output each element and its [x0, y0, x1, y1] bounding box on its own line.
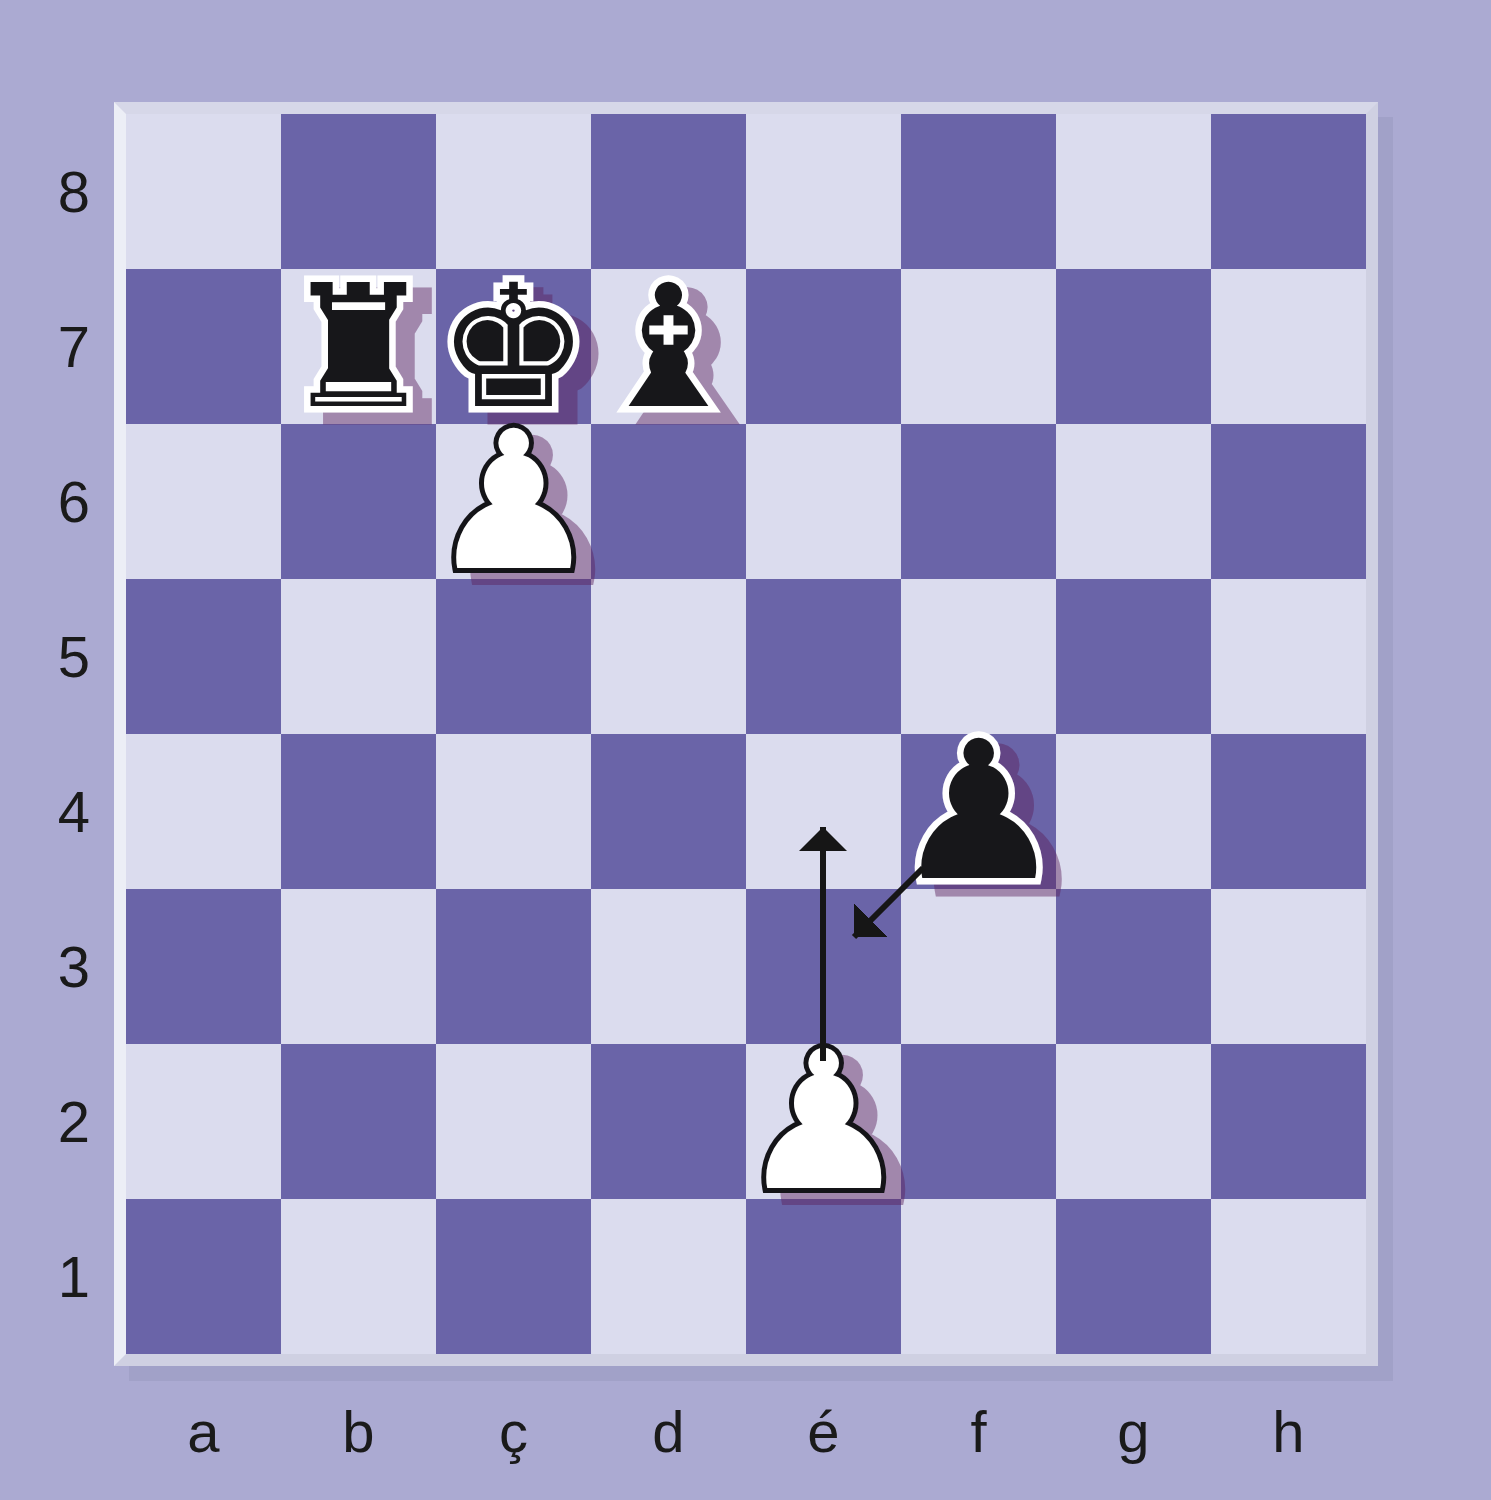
square-d3[interactable]	[591, 889, 746, 1044]
square-d4[interactable]	[591, 734, 746, 889]
square-c4[interactable]	[436, 734, 591, 889]
square-g6[interactable]	[1056, 424, 1211, 579]
file-label-g: g	[1056, 1388, 1211, 1474]
square-f1[interactable]	[901, 1199, 1056, 1354]
square-g7[interactable]	[1056, 269, 1211, 424]
chess-diagram: 87654321 abçdéfgh	[0, 0, 1491, 1500]
square-c3[interactable]	[436, 889, 591, 1044]
board-frame	[114, 102, 1378, 1366]
rank-label-2: 2	[38, 1044, 110, 1199]
square-g3[interactable]	[1056, 889, 1211, 1044]
square-a2[interactable]	[126, 1044, 281, 1199]
file-label-h: h	[1211, 1388, 1366, 1474]
square-g2[interactable]	[1056, 1044, 1211, 1199]
square-f2[interactable]	[901, 1044, 1056, 1199]
file-labels: abçdéfgh	[126, 1388, 1366, 1474]
square-a4[interactable]	[126, 734, 281, 889]
square-d2[interactable]	[591, 1044, 746, 1199]
square-h3[interactable]	[1211, 889, 1366, 1044]
black-bishop[interactable]	[591, 269, 746, 424]
square-b1[interactable]	[281, 1199, 436, 1354]
file-label-a: a	[126, 1388, 281, 1474]
square-d6[interactable]	[591, 424, 746, 579]
square-g1[interactable]	[1056, 1199, 1211, 1354]
square-g4[interactable]	[1056, 734, 1211, 889]
rank-label-3: 3	[38, 889, 110, 1044]
square-h5[interactable]	[1211, 579, 1366, 734]
black-pawn[interactable]	[901, 734, 1056, 889]
square-b4[interactable]	[281, 734, 436, 889]
square-c8[interactable]	[436, 114, 591, 269]
square-h8[interactable]	[1211, 114, 1366, 269]
square-a6[interactable]	[126, 424, 281, 579]
square-d5[interactable]	[591, 579, 746, 734]
square-d1[interactable]	[591, 1199, 746, 1354]
square-a8[interactable]	[126, 114, 281, 269]
square-h1[interactable]	[1211, 1199, 1366, 1354]
square-e2[interactable]	[746, 1044, 901, 1199]
file-label-f: f	[901, 1388, 1056, 1474]
file-label-e: é	[746, 1388, 901, 1474]
rank-label-7: 7	[38, 269, 110, 424]
square-b6[interactable]	[281, 424, 436, 579]
square-a1[interactable]	[126, 1199, 281, 1354]
square-a7[interactable]	[126, 269, 281, 424]
square-e5[interactable]	[746, 579, 901, 734]
square-c6[interactable]	[436, 424, 591, 579]
square-d8[interactable]	[591, 114, 746, 269]
square-e4[interactable]	[746, 734, 901, 889]
rank-label-1: 1	[38, 1199, 110, 1354]
square-h7[interactable]	[1211, 269, 1366, 424]
square-h2[interactable]	[1211, 1044, 1366, 1199]
square-b8[interactable]	[281, 114, 436, 269]
square-e6[interactable]	[746, 424, 901, 579]
file-label-b: b	[281, 1388, 436, 1474]
square-b2[interactable]	[281, 1044, 436, 1199]
file-label-c: ç	[436, 1388, 591, 1474]
square-b7[interactable]	[281, 269, 436, 424]
square-f7[interactable]	[901, 269, 1056, 424]
square-c1[interactable]	[436, 1199, 591, 1354]
chess-board[interactable]	[126, 114, 1366, 1354]
white-pawn[interactable]	[746, 1044, 901, 1199]
rank-labels: 87654321	[38, 114, 110, 1354]
square-c2[interactable]	[436, 1044, 591, 1199]
rank-label-8: 8	[38, 114, 110, 269]
rank-label-6: 6	[38, 424, 110, 579]
rank-label-5: 5	[38, 579, 110, 734]
white-pawn[interactable]	[436, 424, 591, 579]
rank-label-4: 4	[38, 734, 110, 889]
square-d7[interactable]	[591, 269, 746, 424]
square-b5[interactable]	[281, 579, 436, 734]
square-g5[interactable]	[1056, 579, 1211, 734]
square-h4[interactable]	[1211, 734, 1366, 889]
square-f8[interactable]	[901, 114, 1056, 269]
square-f6[interactable]	[901, 424, 1056, 579]
file-label-d: d	[591, 1388, 746, 1474]
square-e7[interactable]	[746, 269, 901, 424]
square-b3[interactable]	[281, 889, 436, 1044]
square-a3[interactable]	[126, 889, 281, 1044]
black-rook[interactable]	[281, 269, 436, 424]
square-a5[interactable]	[126, 579, 281, 734]
square-e8[interactable]	[746, 114, 901, 269]
square-h6[interactable]	[1211, 424, 1366, 579]
square-g8[interactable]	[1056, 114, 1211, 269]
square-f4[interactable]	[901, 734, 1056, 889]
